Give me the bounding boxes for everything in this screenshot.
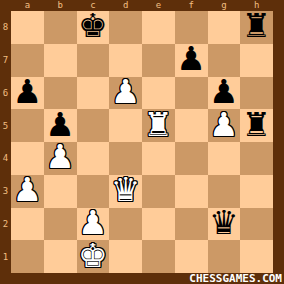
square-g8[interactable]: [208, 11, 241, 44]
square-a2[interactable]: [11, 208, 44, 241]
square-d1[interactable]: [109, 240, 142, 273]
square-a8[interactable]: [11, 11, 44, 44]
square-e5[interactable]: ♜: [142, 109, 175, 142]
square-a1[interactable]: [11, 240, 44, 273]
site-watermark: CHESSGAMES.COM: [189, 273, 282, 284]
square-e1[interactable]: [142, 240, 175, 273]
rank-labels: 87654321: [0, 11, 11, 273]
rank-label-3: 3: [0, 175, 11, 208]
square-c8[interactable]: ♚: [77, 11, 110, 44]
square-d6[interactable]: ♟: [109, 77, 142, 110]
square-b8[interactable]: [44, 11, 77, 44]
black-rook-h8: ♜: [242, 9, 272, 42]
square-h3[interactable]: [240, 175, 273, 208]
square-d3[interactable]: ♛: [109, 175, 142, 208]
square-d8[interactable]: [109, 11, 142, 44]
black-king-c8: ♚: [78, 9, 108, 42]
square-f5[interactable]: [175, 109, 208, 142]
square-f4[interactable]: [175, 142, 208, 175]
rank-label-5: 5: [0, 109, 11, 142]
black-rook-h5: ♜: [242, 108, 272, 141]
black-pawn-b5: ♟: [45, 108, 75, 141]
white-queen-d3: ♛: [111, 173, 141, 206]
square-b7[interactable]: [44, 44, 77, 77]
rank-label-4: 4: [0, 142, 11, 175]
white-pawn-g5: ♟: [209, 108, 239, 141]
rank-label-7: 7: [0, 44, 11, 77]
square-c6[interactable]: [77, 77, 110, 110]
square-b3[interactable]: [44, 175, 77, 208]
square-c5[interactable]: [77, 109, 110, 142]
white-pawn-d6: ♟: [111, 75, 141, 108]
white-rook-e5: ♜: [144, 108, 174, 141]
black-pawn-f7: ♟: [176, 42, 206, 75]
square-h8[interactable]: ♜: [240, 11, 273, 44]
file-labels: abcdefgh: [11, 0, 273, 11]
file-label-b: b: [44, 0, 77, 11]
square-g2[interactable]: ♛: [208, 208, 241, 241]
square-g1[interactable]: [208, 240, 241, 273]
white-pawn-b4: ♟: [45, 140, 75, 173]
square-a3[interactable]: ♟: [11, 175, 44, 208]
rank-label-6: 6: [0, 77, 11, 110]
square-e2[interactable]: [142, 208, 175, 241]
square-f3[interactable]: [175, 175, 208, 208]
black-pawn-g6: ♟: [209, 75, 239, 108]
square-h2[interactable]: [240, 208, 273, 241]
square-e8[interactable]: [142, 11, 175, 44]
file-label-d: d: [109, 0, 142, 11]
chess-board-frame: abcdefgh 87654321 ♚♜♟♟♟♟♟♜♟♜♟♟♛♟♛♚ CHESS…: [0, 0, 284, 284]
file-label-e: e: [142, 0, 175, 11]
square-h5[interactable]: ♜: [240, 109, 273, 142]
black-queen-g2: ♛: [209, 206, 239, 239]
square-e7[interactable]: [142, 44, 175, 77]
square-c7[interactable]: [77, 44, 110, 77]
file-label-f: f: [175, 0, 208, 11]
square-e4[interactable]: [142, 142, 175, 175]
square-h1[interactable]: [240, 240, 273, 273]
square-d2[interactable]: [109, 208, 142, 241]
square-h7[interactable]: [240, 44, 273, 77]
square-d5[interactable]: [109, 109, 142, 142]
file-label-a: a: [11, 0, 44, 11]
white-king-c1: ♚: [78, 239, 108, 272]
square-f6[interactable]: [175, 77, 208, 110]
square-f7[interactable]: ♟: [175, 44, 208, 77]
file-label-g: g: [208, 0, 241, 11]
square-h4[interactable]: [240, 142, 273, 175]
white-pawn-c2: ♟: [78, 206, 108, 239]
rank-label-2: 2: [0, 208, 11, 241]
square-a6[interactable]: ♟: [11, 77, 44, 110]
black-pawn-a6: ♟: [13, 75, 43, 108]
square-b1[interactable]: [44, 240, 77, 273]
square-b4[interactable]: ♟: [44, 142, 77, 175]
chess-board: ♚♜♟♟♟♟♟♜♟♜♟♟♛♟♛♚: [11, 11, 273, 273]
square-b2[interactable]: [44, 208, 77, 241]
square-a5[interactable]: [11, 109, 44, 142]
square-c1[interactable]: ♚: [77, 240, 110, 273]
square-g4[interactable]: [208, 142, 241, 175]
square-g5[interactable]: ♟: [208, 109, 241, 142]
square-f1[interactable]: [175, 240, 208, 273]
square-e3[interactable]: [142, 175, 175, 208]
rank-label-1: 1: [0, 240, 11, 273]
white-pawn-a3: ♟: [13, 173, 43, 206]
square-c4[interactable]: [77, 142, 110, 175]
rank-label-8: 8: [0, 11, 11, 44]
square-f2[interactable]: [175, 208, 208, 241]
